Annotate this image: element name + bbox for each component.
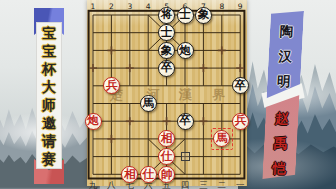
player-black-char: 陶 (279, 23, 293, 41)
event-title-char: 杯 (42, 61, 56, 79)
player-black-char: 汉 (278, 48, 292, 66)
piece-red-兵[interactable]: 兵 (103, 77, 120, 94)
piece-black-将[interactable]: 将 (158, 7, 175, 24)
player-black-char: 明 (277, 73, 291, 91)
piece-black-士[interactable]: 士 (177, 7, 194, 24)
event-title: 宝宝杯大师邀请赛 (36, 22, 62, 169)
piece-red-相[interactable]: 相 (121, 166, 138, 183)
event-title-char: 请 (42, 133, 56, 151)
piece-red-相[interactable]: 相 (158, 130, 175, 147)
piece-red-仕[interactable]: 仕 (158, 148, 175, 165)
event-title-char: 大 (42, 79, 56, 97)
piece-red-兵[interactable]: 兵 (232, 113, 249, 130)
piece-red-炮[interactable]: 炮 (85, 113, 102, 130)
piece-black-炮[interactable]: 炮 (177, 42, 194, 59)
event-title-char: 宝 (42, 43, 56, 61)
event-title-char: 师 (42, 97, 56, 115)
last-move-from-marker (181, 152, 190, 161)
piece-black-象[interactable]: 象 (195, 7, 212, 24)
piece-black-馬[interactable]: 馬 (140, 95, 157, 112)
event-banner: 宝宝杯大师邀请赛 (34, 8, 64, 184)
piece-black-士[interactable]: 士 (158, 24, 175, 41)
event-title-char: 赛 (42, 151, 56, 169)
thumbnail: 楚河漢界123456789九八七六五四三二一 将士象士象炮卒兵卒馬炮卒兵相馬仕相… (0, 0, 336, 189)
player-red-char: 赵 (275, 110, 289, 128)
piece-black-卒[interactable]: 卒 (158, 60, 175, 77)
piece-red-帥[interactable]: 帥 (158, 166, 175, 183)
piece-red-馬[interactable]: 馬 (213, 130, 230, 147)
event-title-char: 邀 (42, 115, 56, 133)
player-red-char: 禹 (273, 135, 287, 153)
event-title-char: 宝 (42, 25, 56, 43)
piece-black-象[interactable]: 象 (158, 42, 175, 59)
player-red-char: 恺 (272, 160, 286, 178)
piece-black-卒[interactable]: 卒 (232, 77, 249, 94)
piece-red-仕[interactable]: 仕 (140, 166, 157, 183)
piece-black-卒[interactable]: 卒 (177, 113, 194, 130)
